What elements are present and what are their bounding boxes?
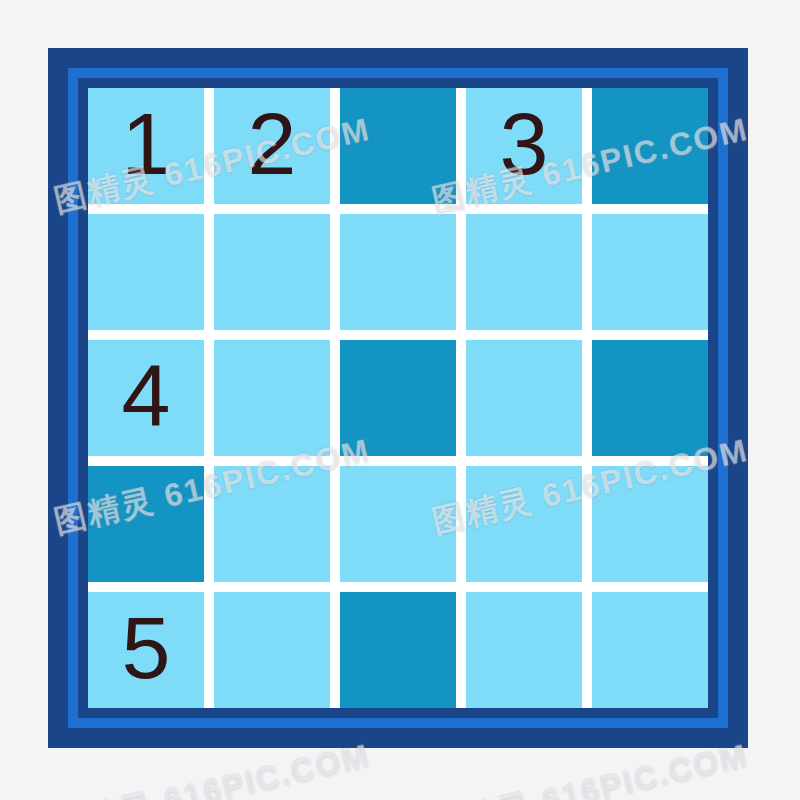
cell-open-r3c4[interactable] — [466, 340, 582, 456]
clue-number-5: 5 — [122, 604, 171, 692]
cell-open-r2c4[interactable] — [466, 214, 582, 330]
page-background: 12345 图精灵 616PIC.COM图精灵 616PIC.COM图精灵 61… — [0, 0, 800, 800]
cell-open-r1c1[interactable]: 1 — [88, 88, 204, 204]
cell-open-r1c2[interactable]: 2 — [214, 88, 330, 204]
cell-open-r4c3[interactable] — [340, 466, 456, 582]
cell-open-r5c4[interactable] — [466, 592, 582, 708]
puzzle-grid: 12345 — [88, 88, 708, 708]
cell-open-r5c5[interactable] — [592, 592, 708, 708]
clue-number-1: 1 — [122, 100, 171, 188]
cell-open-r4c4[interactable] — [466, 466, 582, 582]
cell-open-r2c1[interactable] — [88, 214, 204, 330]
cell-block-r3c3 — [340, 340, 456, 456]
clue-number-2: 2 — [248, 100, 297, 188]
cell-open-r3c1[interactable]: 4 — [88, 340, 204, 456]
puzzle-board: 12345 — [48, 48, 748, 748]
cell-open-r5c2[interactable] — [214, 592, 330, 708]
cell-open-r3c2[interactable] — [214, 340, 330, 456]
board-inner-frame: 12345 — [78, 78, 718, 718]
cell-open-r4c5[interactable] — [592, 466, 708, 582]
border-stripe: 12345 — [68, 68, 728, 728]
cell-open-r2c3[interactable] — [340, 214, 456, 330]
cell-open-r4c2[interactable] — [214, 466, 330, 582]
cell-block-r5c3 — [340, 592, 456, 708]
cell-block-r3c5 — [592, 340, 708, 456]
cell-block-r1c3 — [340, 88, 456, 204]
cell-open-r2c2[interactable] — [214, 214, 330, 330]
cell-block-r1c5 — [592, 88, 708, 204]
cell-block-r4c1 — [88, 466, 204, 582]
clue-number-4: 4 — [122, 352, 171, 440]
cell-open-r2c5[interactable] — [592, 214, 708, 330]
clue-number-3: 3 — [500, 100, 549, 188]
cell-open-r5c1[interactable]: 5 — [88, 592, 204, 708]
cell-open-r1c4[interactable]: 3 — [466, 88, 582, 204]
